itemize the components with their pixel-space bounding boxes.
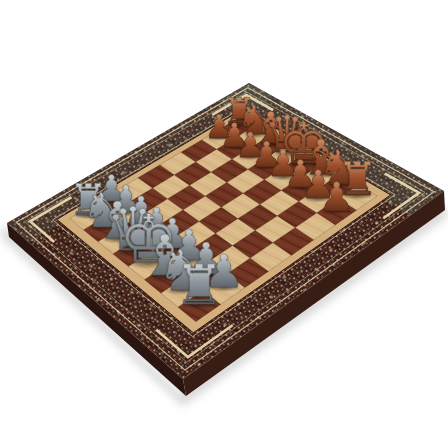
chess-board — [0, 0, 448, 448]
chess-set-product-photo: ♜♞♝♛♚♝♞♜♟♟♟♟♟♟♟♟♟♟♟♟♟♟♟♟♜♞♝♛♚♝♞♜ — [0, 0, 448, 448]
